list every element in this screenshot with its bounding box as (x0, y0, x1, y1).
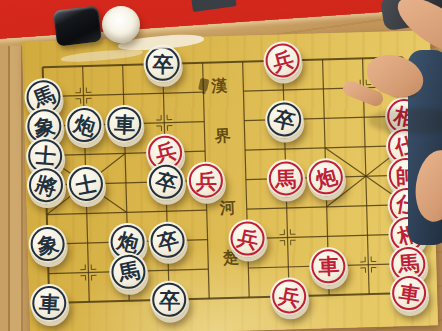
river-text-jie: 界 (202, 125, 243, 148)
piece-character: 炮 (71, 112, 97, 138)
piece-face: 兵 (188, 163, 223, 198)
piece-character: 車 (38, 292, 60, 314)
xiangqi-photo-scene: 漢 界 河 楚 馬象士將象車炮士車炮馬卒卒卒卒卒兵兵兵兵馬兵炮車相仕帥仕相馬車 (0, 0, 442, 331)
piece-character: 士 (74, 172, 99, 197)
piece-character: 馬 (397, 252, 420, 275)
piece-face: 車 (392, 276, 427, 311)
dark-box (191, 0, 236, 12)
piece-bowl (102, 6, 140, 43)
piece-face: 兵 (230, 221, 265, 256)
piece-face: 車 (107, 106, 142, 141)
piece-face: 兵 (272, 279, 307, 314)
piece-face: 卒 (148, 164, 183, 199)
piece-face: 車 (32, 286, 67, 321)
piece-character: 象 (36, 232, 60, 256)
piece-character: 將 (33, 172, 59, 198)
piece-character: 車 (113, 113, 135, 135)
piece-character: 兵 (152, 140, 177, 165)
piece-black-horse[interactable]: 馬 (109, 252, 148, 291)
piece-character: 車 (397, 281, 421, 305)
piece-character: 馬 (116, 259, 141, 284)
piece-character: 兵 (195, 170, 216, 191)
piece-red-chariot[interactable]: 車 (309, 246, 348, 285)
piece-character: 士 (34, 144, 57, 167)
piece-face: 炮 (308, 160, 343, 195)
piece-character: 卒 (155, 228, 180, 253)
piece-character: 車 (317, 255, 339, 277)
piece-face: 士 (68, 167, 103, 202)
piece-face: 炮 (67, 108, 102, 143)
piece-character: 卒 (152, 53, 174, 75)
piece-character: 兵 (277, 284, 302, 309)
piece-face: 兵 (265, 43, 300, 78)
piece-face: 卒 (152, 282, 187, 317)
piece-face: 卒 (150, 223, 185, 258)
piece-face: 馬 (268, 161, 303, 196)
piece-face: 卒 (145, 46, 180, 81)
piece-character: 兵 (270, 48, 296, 74)
piece-character: 象 (32, 114, 56, 138)
piece-character: 兵 (235, 226, 260, 251)
piece-character: 馬 (275, 168, 297, 190)
piece-character: 卒 (272, 107, 297, 132)
piece-character: 炮 (313, 164, 339, 190)
piece-face: 馬 (111, 254, 146, 289)
piece-face: 車 (311, 248, 346, 283)
piece-face: 將 (29, 168, 64, 203)
river-text-he: 河 (207, 197, 248, 220)
piece-character: 卒 (153, 169, 179, 195)
piece-face: 卒 (267, 102, 302, 137)
phone (53, 5, 102, 46)
piece-face: 象 (30, 227, 65, 262)
piece-character: 炮 (115, 229, 141, 255)
piece-character: 卒 (159, 289, 180, 310)
